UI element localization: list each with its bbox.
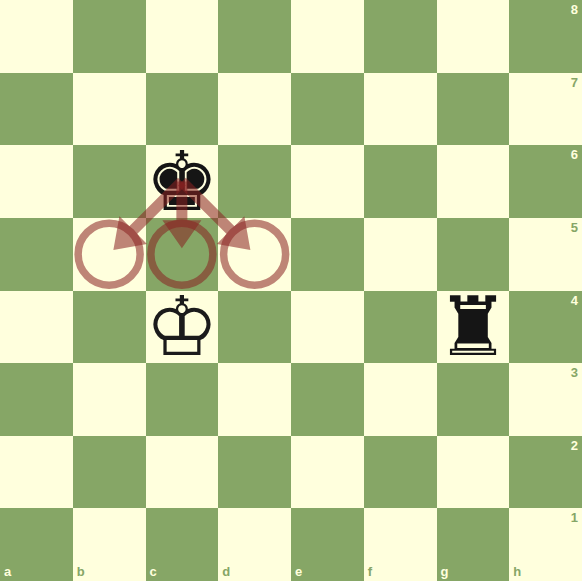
- black-rook[interactable]: ♜: [437, 291, 510, 364]
- square-f3[interactable]: [364, 363, 437, 436]
- square-f6[interactable]: [364, 145, 437, 218]
- square-d5[interactable]: [218, 218, 291, 291]
- square-e6[interactable]: [291, 145, 364, 218]
- square-d6[interactable]: [218, 145, 291, 218]
- square-e8[interactable]: [291, 0, 364, 73]
- square-c1[interactable]: c: [146, 508, 219, 581]
- rank-label-7: 7: [571, 76, 578, 89]
- chess-board: 8765432abcdefgh1 ♚♔♜: [0, 0, 582, 581]
- square-e5[interactable]: [291, 218, 364, 291]
- black-king[interactable]: ♚: [146, 145, 219, 218]
- square-h7[interactable]: 7: [509, 73, 582, 146]
- rank-label-6: 6: [571, 148, 578, 161]
- square-f2[interactable]: [364, 436, 437, 509]
- square-b6[interactable]: [73, 145, 146, 218]
- square-a1[interactable]: a: [0, 508, 73, 581]
- square-a4[interactable]: [0, 291, 73, 364]
- square-b2[interactable]: [73, 436, 146, 509]
- square-g2[interactable]: [437, 436, 510, 509]
- square-c8[interactable]: [146, 0, 219, 73]
- square-a7[interactable]: [0, 73, 73, 146]
- square-h2[interactable]: 2: [509, 436, 582, 509]
- rank-label-3: 3: [571, 366, 578, 379]
- square-a5[interactable]: [0, 218, 73, 291]
- square-f8[interactable]: [364, 0, 437, 73]
- rank-label-8: 8: [571, 3, 578, 16]
- rank-label-5: 5: [571, 221, 578, 234]
- square-e1[interactable]: e: [291, 508, 364, 581]
- square-c2[interactable]: [146, 436, 219, 509]
- square-d8[interactable]: [218, 0, 291, 73]
- rank-label-1: 1: [571, 511, 578, 524]
- square-g1[interactable]: g: [437, 508, 510, 581]
- square-e7[interactable]: [291, 73, 364, 146]
- square-f5[interactable]: [364, 218, 437, 291]
- square-d4[interactable]: [218, 291, 291, 364]
- square-b4[interactable]: [73, 291, 146, 364]
- square-f1[interactable]: f: [364, 508, 437, 581]
- square-b5[interactable]: [73, 218, 146, 291]
- square-e3[interactable]: [291, 363, 364, 436]
- square-h1[interactable]: h1: [509, 508, 582, 581]
- rank-label-4: 4: [571, 294, 578, 307]
- square-a2[interactable]: [0, 436, 73, 509]
- square-g6[interactable]: [437, 145, 510, 218]
- square-e4[interactable]: [291, 291, 364, 364]
- square-h6[interactable]: 6: [509, 145, 582, 218]
- file-label-c: c: [150, 565, 157, 578]
- white-king[interactable]: ♔: [146, 291, 219, 364]
- square-b1[interactable]: b: [73, 508, 146, 581]
- square-g7[interactable]: [437, 73, 510, 146]
- square-d7[interactable]: [218, 73, 291, 146]
- square-g3[interactable]: [437, 363, 510, 436]
- square-b8[interactable]: [73, 0, 146, 73]
- file-label-d: d: [222, 565, 230, 578]
- square-c3[interactable]: [146, 363, 219, 436]
- square-h5[interactable]: 5: [509, 218, 582, 291]
- square-h3[interactable]: 3: [509, 363, 582, 436]
- square-e2[interactable]: [291, 436, 364, 509]
- file-label-g: g: [441, 565, 449, 578]
- square-g8[interactable]: [437, 0, 510, 73]
- file-label-b: b: [77, 565, 85, 578]
- square-h4[interactable]: 4: [509, 291, 582, 364]
- square-h8[interactable]: 8: [509, 0, 582, 73]
- square-b7[interactable]: [73, 73, 146, 146]
- file-label-a: a: [4, 565, 11, 578]
- square-f7[interactable]: [364, 73, 437, 146]
- file-label-e: e: [295, 565, 302, 578]
- square-d3[interactable]: [218, 363, 291, 436]
- square-a8[interactable]: [0, 0, 73, 73]
- square-d2[interactable]: [218, 436, 291, 509]
- square-b3[interactable]: [73, 363, 146, 436]
- square-d1[interactable]: d: [218, 508, 291, 581]
- square-f4[interactable]: [364, 291, 437, 364]
- file-label-h: h: [513, 565, 521, 578]
- square-a6[interactable]: [0, 145, 73, 218]
- rank-label-2: 2: [571, 439, 578, 452]
- file-label-f: f: [368, 565, 372, 578]
- square-a3[interactable]: [0, 363, 73, 436]
